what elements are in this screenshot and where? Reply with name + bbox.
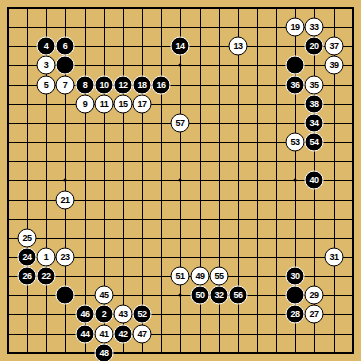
stone-black-4[interactable]: 4 <box>37 37 56 56</box>
stone-black-16[interactable]: 16 <box>152 76 171 95</box>
stone-white-7[interactable]: 7 <box>56 76 75 95</box>
stone-white-33[interactable]: 33 <box>305 18 324 37</box>
stone-white-37[interactable]: 37 <box>325 37 344 56</box>
stone-white-29[interactable]: 29 <box>305 286 324 305</box>
grid-line-vertical <box>142 8 143 354</box>
stone-white-21[interactable]: 21 <box>56 191 75 210</box>
stone-white-27[interactable]: 27 <box>305 305 324 324</box>
stone-white-25[interactable]: 25 <box>18 229 37 248</box>
stone-white-47[interactable]: 47 <box>133 325 152 344</box>
grid-line-vertical <box>27 8 28 354</box>
stone-black-12[interactable]: 12 <box>114 76 133 95</box>
stone-black-52[interactable]: 52 <box>133 305 152 324</box>
stone-white-3[interactable]: 3 <box>37 56 56 75</box>
star-point <box>179 294 182 297</box>
stone-black-24[interactable]: 24 <box>18 248 37 267</box>
grid-line-vertical <box>85 8 86 354</box>
grid-line-vertical <box>123 8 124 354</box>
stone-black-handicap-D16[interactable] <box>56 56 75 75</box>
grid-line-horizontal <box>8 104 354 105</box>
stone-black-6[interactable]: 6 <box>56 37 75 56</box>
stone-black-36[interactable]: 36 <box>286 76 305 95</box>
stone-black-20[interactable]: 20 <box>305 37 324 56</box>
stone-black-22[interactable]: 22 <box>37 267 56 286</box>
stone-black-26[interactable]: 26 <box>18 267 37 286</box>
stone-black-10[interactable]: 10 <box>95 76 114 95</box>
stone-white-23[interactable]: 23 <box>56 248 75 267</box>
stone-white-17[interactable]: 17 <box>133 95 152 114</box>
stone-black-28[interactable]: 28 <box>286 305 305 324</box>
stone-black-handicap-Q16[interactable] <box>286 56 305 75</box>
stone-black-18[interactable]: 18 <box>133 76 152 95</box>
stone-white-19[interactable]: 19 <box>286 18 305 37</box>
stone-black-34[interactable]: 34 <box>305 114 324 133</box>
stone-black-40[interactable]: 40 <box>305 171 324 190</box>
stone-white-11[interactable]: 11 <box>95 95 114 114</box>
stone-white-15[interactable]: 15 <box>114 95 133 114</box>
stone-white-9[interactable]: 9 <box>76 95 95 114</box>
stone-black-54[interactable]: 54 <box>305 133 324 152</box>
stone-black-42[interactable]: 42 <box>114 325 133 344</box>
stone-white-13[interactable]: 13 <box>229 37 248 56</box>
stone-black-8[interactable]: 8 <box>76 76 95 95</box>
stone-white-57[interactable]: 57 <box>171 114 190 133</box>
star-point <box>179 64 182 67</box>
stone-black-44[interactable]: 44 <box>76 325 95 344</box>
stone-black-50[interactable]: 50 <box>191 286 210 305</box>
stone-white-1[interactable]: 1 <box>37 248 56 267</box>
stone-white-51[interactable]: 51 <box>171 267 190 286</box>
stone-black-30[interactable]: 30 <box>286 267 305 286</box>
stone-white-49[interactable]: 49 <box>191 267 210 286</box>
star-point <box>64 179 67 182</box>
grid-line-horizontal <box>8 238 354 239</box>
grid-line-horizontal <box>8 219 354 220</box>
stone-black-38[interactable]: 38 <box>305 95 324 114</box>
stone-white-35[interactable]: 35 <box>305 76 324 95</box>
stone-white-5[interactable]: 5 <box>37 76 56 95</box>
grid-line-vertical <box>257 8 258 354</box>
stone-black-handicap-Q4[interactable] <box>286 286 305 305</box>
stone-black-handicap-D4[interactable] <box>56 286 75 305</box>
stone-white-43[interactable]: 43 <box>114 305 133 324</box>
star-point <box>294 179 297 182</box>
stone-white-45[interactable]: 45 <box>95 286 114 305</box>
stone-white-39[interactable]: 39 <box>325 56 344 75</box>
stone-white-53[interactable]: 53 <box>286 133 305 152</box>
grid-line-vertical <box>161 8 162 354</box>
stone-black-2[interactable]: 2 <box>95 305 114 324</box>
stone-black-46[interactable]: 46 <box>76 305 95 324</box>
stone-black-56[interactable]: 56 <box>229 286 248 305</box>
stone-black-32[interactable]: 32 <box>210 286 229 305</box>
go-board: 1234567891011121314151617181920212223242… <box>0 0 361 361</box>
grid-line-horizontal <box>8 161 354 162</box>
stone-white-41[interactable]: 41 <box>95 325 114 344</box>
stone-black-14[interactable]: 14 <box>171 37 190 56</box>
grid-line-vertical <box>276 8 277 354</box>
grid-line-horizontal <box>8 334 354 335</box>
star-point <box>179 179 182 182</box>
stone-white-31[interactable]: 31 <box>325 248 344 267</box>
stone-white-55[interactable]: 55 <box>210 267 229 286</box>
stone-black-48[interactable]: 48 <box>95 344 114 361</box>
